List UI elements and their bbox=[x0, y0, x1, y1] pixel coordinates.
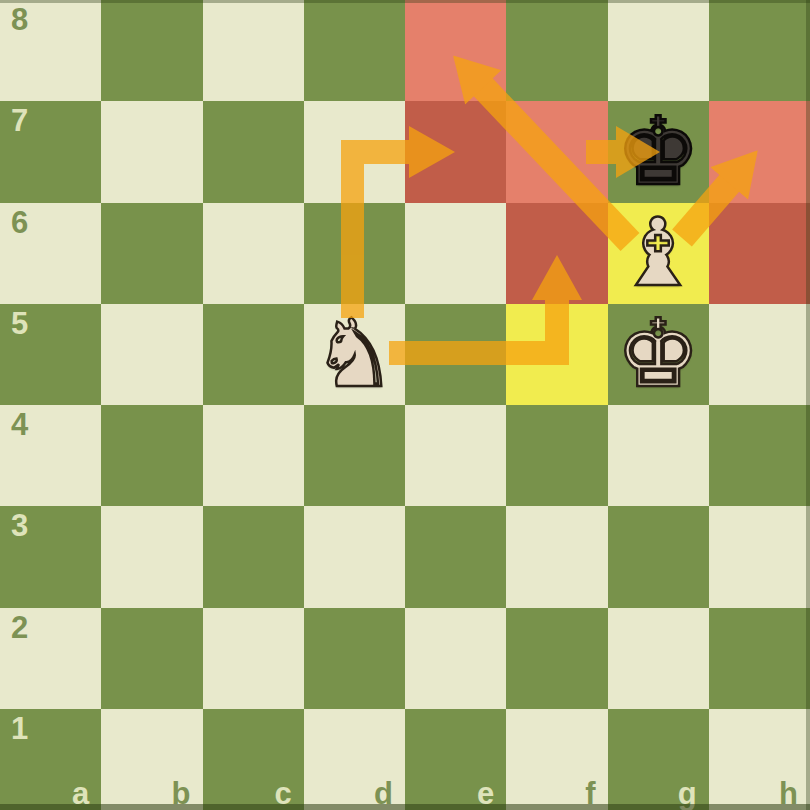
square-b6[interactable] bbox=[101, 203, 202, 304]
square-b8[interactable] bbox=[101, 0, 202, 101]
square-f6[interactable] bbox=[506, 203, 607, 304]
square-h4[interactable] bbox=[709, 405, 810, 506]
square-h1[interactable]: h bbox=[709, 709, 810, 810]
square-h7[interactable] bbox=[709, 101, 810, 202]
square-f4[interactable] bbox=[506, 405, 607, 506]
square-a8[interactable]: 8 bbox=[0, 0, 101, 101]
square-f2[interactable] bbox=[506, 608, 607, 709]
file-label-c: c bbox=[275, 778, 292, 809]
square-a3[interactable]: 3 bbox=[0, 506, 101, 607]
square-e1[interactable]: e bbox=[405, 709, 506, 810]
square-f3[interactable] bbox=[506, 506, 607, 607]
square-g4[interactable] bbox=[608, 405, 709, 506]
square-f5[interactable] bbox=[506, 304, 607, 405]
square-c2[interactable] bbox=[203, 608, 304, 709]
square-g1[interactable]: g bbox=[608, 709, 709, 810]
square-d3[interactable] bbox=[304, 506, 405, 607]
square-g2[interactable] bbox=[608, 608, 709, 709]
square-e5[interactable] bbox=[405, 304, 506, 405]
white-king-g5[interactable]: ♚ bbox=[608, 304, 709, 405]
square-b7[interactable] bbox=[101, 101, 202, 202]
square-c6[interactable] bbox=[203, 203, 304, 304]
square-a4[interactable]: 4 bbox=[0, 405, 101, 506]
square-e2[interactable] bbox=[405, 608, 506, 709]
square-h2[interactable] bbox=[709, 608, 810, 709]
square-d4[interactable] bbox=[304, 405, 405, 506]
file-label-h: h bbox=[779, 778, 798, 809]
rank-label-7: 7 bbox=[11, 104, 28, 138]
square-a2[interactable]: 2 bbox=[0, 608, 101, 709]
rank-label-6: 6 bbox=[11, 206, 28, 240]
rank-label-2: 2 bbox=[11, 611, 28, 645]
square-c1[interactable]: c bbox=[203, 709, 304, 810]
square-c7[interactable] bbox=[203, 101, 304, 202]
square-a5[interactable]: 5 bbox=[0, 304, 101, 405]
white-bishop-g6[interactable]: ♝ bbox=[608, 203, 709, 304]
square-d6[interactable] bbox=[304, 203, 405, 304]
square-f1[interactable]: f bbox=[506, 709, 607, 810]
rank-label-4: 4 bbox=[11, 408, 28, 442]
square-g3[interactable] bbox=[608, 506, 709, 607]
square-f7[interactable] bbox=[506, 101, 607, 202]
square-a1[interactable]: 1a bbox=[0, 709, 101, 810]
square-b2[interactable] bbox=[101, 608, 202, 709]
white-knight-d5[interactable]: ♞ bbox=[304, 304, 405, 405]
file-label-g: g bbox=[678, 778, 697, 809]
square-b3[interactable] bbox=[101, 506, 202, 607]
square-f8[interactable] bbox=[506, 0, 607, 101]
file-label-b: b bbox=[172, 778, 191, 809]
square-c4[interactable] bbox=[203, 405, 304, 506]
square-d2[interactable] bbox=[304, 608, 405, 709]
square-d7[interactable] bbox=[304, 101, 405, 202]
square-c5[interactable] bbox=[203, 304, 304, 405]
square-e8[interactable] bbox=[405, 0, 506, 101]
square-e7[interactable] bbox=[405, 101, 506, 202]
file-label-d: d bbox=[374, 778, 393, 809]
square-h3[interactable] bbox=[709, 506, 810, 607]
square-b4[interactable] bbox=[101, 405, 202, 506]
square-a6[interactable]: 6 bbox=[0, 203, 101, 304]
square-a7[interactable]: 7 bbox=[0, 101, 101, 202]
square-h5[interactable] bbox=[709, 304, 810, 405]
square-h6[interactable] bbox=[709, 203, 810, 304]
square-h8[interactable] bbox=[709, 0, 810, 101]
file-label-f: f bbox=[585, 778, 595, 809]
square-d1[interactable]: d bbox=[304, 709, 405, 810]
rank-label-1: 1 bbox=[11, 712, 28, 746]
rank-label-3: 3 bbox=[11, 509, 28, 543]
file-label-a: a bbox=[72, 778, 89, 809]
square-g8[interactable] bbox=[608, 0, 709, 101]
square-b5[interactable] bbox=[101, 304, 202, 405]
square-c3[interactable] bbox=[203, 506, 304, 607]
square-c8[interactable] bbox=[203, 0, 304, 101]
square-e4[interactable] bbox=[405, 405, 506, 506]
square-e3[interactable] bbox=[405, 506, 506, 607]
rank-label-5: 5 bbox=[11, 307, 28, 341]
square-d8[interactable] bbox=[304, 0, 405, 101]
square-b1[interactable]: b bbox=[101, 709, 202, 810]
rank-label-8: 8 bbox=[11, 3, 28, 37]
file-label-e: e bbox=[477, 778, 494, 809]
square-e6[interactable] bbox=[405, 203, 506, 304]
black-king-g7[interactable]: ♚ bbox=[608, 101, 709, 202]
